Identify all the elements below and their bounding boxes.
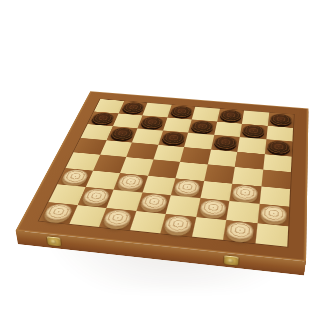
dark-piece bbox=[219, 109, 242, 121]
square-r8c1 bbox=[39, 202, 77, 224]
square-r4c7 bbox=[235, 152, 265, 170]
light-piece bbox=[81, 188, 111, 205]
square-r2c5 bbox=[188, 119, 217, 135]
square-r8c7 bbox=[223, 220, 257, 244]
light-piece bbox=[117, 174, 146, 190]
photo-scene bbox=[0, 0, 330, 330]
dark-piece bbox=[121, 102, 145, 114]
light-piece bbox=[163, 215, 193, 234]
light-piece bbox=[232, 184, 258, 201]
square-r6c2 bbox=[85, 170, 120, 189]
square-r4c6 bbox=[207, 149, 237, 167]
dark-piece bbox=[170, 105, 194, 117]
squares-grid bbox=[39, 99, 294, 247]
dark-piece bbox=[267, 140, 290, 154]
light-piece bbox=[61, 169, 91, 185]
dark-piece bbox=[109, 127, 135, 140]
square-r4c5 bbox=[180, 147, 211, 165]
dark-piece bbox=[270, 113, 292, 126]
dark-piece bbox=[161, 131, 186, 145]
dark-piece bbox=[140, 116, 165, 129]
brass-latch-2 bbox=[224, 255, 239, 265]
dark-piece bbox=[191, 120, 215, 133]
checkers-board bbox=[16, 91, 309, 261]
light-piece bbox=[174, 179, 201, 196]
dark-piece bbox=[242, 124, 265, 137]
square-r6c7 bbox=[229, 183, 261, 203]
square-r8c6 bbox=[191, 217, 226, 240]
light-piece bbox=[199, 199, 227, 217]
square-r8c4 bbox=[129, 211, 165, 234]
square-r6c4 bbox=[142, 175, 176, 195]
dark-piece bbox=[90, 112, 116, 125]
square-r7c5 bbox=[166, 195, 200, 216]
brass-latch-1 bbox=[47, 236, 61, 246]
square-r3c3 bbox=[132, 128, 163, 144]
square-r8c2 bbox=[69, 205, 107, 227]
dark-piece bbox=[213, 136, 237, 150]
square-r6c1 bbox=[57, 168, 92, 187]
light-piece bbox=[139, 194, 168, 212]
light-piece bbox=[260, 205, 287, 223]
light-piece bbox=[226, 221, 254, 241]
square-r8c8 bbox=[255, 223, 288, 247]
square-r8c5 bbox=[160, 214, 196, 237]
square-r3c8 bbox=[264, 139, 292, 156]
light-piece bbox=[102, 209, 133, 228]
